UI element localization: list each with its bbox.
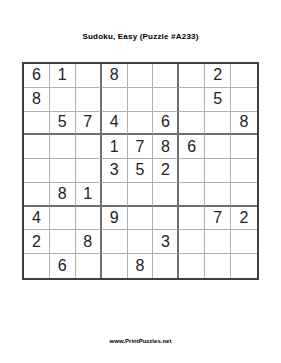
cell-r4c6: 8 <box>153 135 179 159</box>
cell-r4c3[interactable] <box>76 135 102 159</box>
cell-r7c9: 2 <box>231 207 257 231</box>
cell-r9c4[interactable] <box>102 254 128 278</box>
cell-r8c8[interactable] <box>205 230 231 254</box>
cell-r6c7[interactable] <box>179 183 205 207</box>
cell-r3c2: 5 <box>50 112 76 136</box>
cell-r7c2[interactable] <box>50 207 76 231</box>
cell-r6c4[interactable] <box>102 183 128 207</box>
cell-r3c7[interactable] <box>179 112 205 136</box>
cell-r9c5: 8 <box>128 254 154 278</box>
cell-r4c8[interactable] <box>205 135 231 159</box>
cell-r9c2: 6 <box>50 254 76 278</box>
cell-r6c3: 1 <box>76 183 102 207</box>
cell-r8c7[interactable] <box>179 230 205 254</box>
cell-r7c5[interactable] <box>128 207 154 231</box>
cell-r3c3: 7 <box>76 112 102 136</box>
cell-r9c7[interactable] <box>179 254 205 278</box>
cell-r2c3[interactable] <box>76 88 102 112</box>
cell-r6c1[interactable] <box>24 183 50 207</box>
cell-r9c3[interactable] <box>76 254 102 278</box>
cell-r1c8: 2 <box>205 64 231 88</box>
cell-r6c9[interactable] <box>231 183 257 207</box>
cell-r5c6: 2 <box>153 159 179 183</box>
cell-r5c2[interactable] <box>50 159 76 183</box>
cell-r9c6[interactable] <box>153 254 179 278</box>
cell-r2c9[interactable] <box>231 88 257 112</box>
cell-r1c3[interactable] <box>76 64 102 88</box>
cell-r3c4: 4 <box>102 112 128 136</box>
cell-r5c3[interactable] <box>76 159 102 183</box>
cell-r6c2: 8 <box>50 183 76 207</box>
cell-r8c3: 8 <box>76 230 102 254</box>
cell-r4c5: 7 <box>128 135 154 159</box>
cell-r1c7[interactable] <box>179 64 205 88</box>
cell-r2c6[interactable] <box>153 88 179 112</box>
cell-r5c9[interactable] <box>231 159 257 183</box>
cell-r6c5[interactable] <box>128 183 154 207</box>
cell-r7c3[interactable] <box>76 207 102 231</box>
cell-r7c6[interactable] <box>153 207 179 231</box>
cell-r2c4[interactable] <box>102 88 128 112</box>
cell-r8c6: 3 <box>153 230 179 254</box>
cell-r9c8[interactable] <box>205 254 231 278</box>
cell-r9c1[interactable] <box>24 254 50 278</box>
cell-r4c7: 6 <box>179 135 205 159</box>
cell-r2c2[interactable] <box>50 88 76 112</box>
cell-r8c2[interactable] <box>50 230 76 254</box>
cell-r8c5[interactable] <box>128 230 154 254</box>
cell-r8c9[interactable] <box>231 230 257 254</box>
cell-r4c4: 1 <box>102 135 128 159</box>
cell-r3c8[interactable] <box>205 112 231 136</box>
cell-r2c5[interactable] <box>128 88 154 112</box>
cell-r9c9[interactable] <box>231 254 257 278</box>
footer-url: www.PrintPuzzles.net <box>0 338 281 344</box>
cell-r8c1: 2 <box>24 230 50 254</box>
cell-r5c8[interactable] <box>205 159 231 183</box>
cell-r3c6: 6 <box>153 112 179 136</box>
cell-r1c9[interactable] <box>231 64 257 88</box>
cell-r2c1: 8 <box>24 88 50 112</box>
cell-r5c7[interactable] <box>179 159 205 183</box>
puzzle-title: Sudoku, Easy (Puzzle #A233) <box>0 32 281 41</box>
cell-r5c1[interactable] <box>24 159 50 183</box>
cell-r3c5[interactable] <box>128 112 154 136</box>
cell-r1c6[interactable] <box>153 64 179 88</box>
cell-r1c5[interactable] <box>128 64 154 88</box>
cell-r2c8: 5 <box>205 88 231 112</box>
printable-sudoku-page: Sudoku, Easy (Puzzle #A233) 618285574681… <box>0 0 281 363</box>
cell-r3c1[interactable] <box>24 112 50 136</box>
cell-r6c6[interactable] <box>153 183 179 207</box>
cell-r4c9[interactable] <box>231 135 257 159</box>
cell-r6c8[interactable] <box>205 183 231 207</box>
cell-r1c1: 6 <box>24 64 50 88</box>
cell-r7c4: 9 <box>102 207 128 231</box>
cell-r4c2[interactable] <box>50 135 76 159</box>
cell-r5c4: 3 <box>102 159 128 183</box>
cell-r4c1[interactable] <box>24 135 50 159</box>
cell-r7c7[interactable] <box>179 207 205 231</box>
cell-r1c2: 1 <box>50 64 76 88</box>
cell-r3c9: 8 <box>231 112 257 136</box>
cell-r7c1: 4 <box>24 207 50 231</box>
cell-r5c5: 5 <box>128 159 154 183</box>
cell-r1c4: 8 <box>102 64 128 88</box>
sudoku-board: 61828557468178635281497228368 <box>22 62 259 280</box>
cell-r8c4[interactable] <box>102 230 128 254</box>
cell-r2c7[interactable] <box>179 88 205 112</box>
cell-r7c8: 7 <box>205 207 231 231</box>
